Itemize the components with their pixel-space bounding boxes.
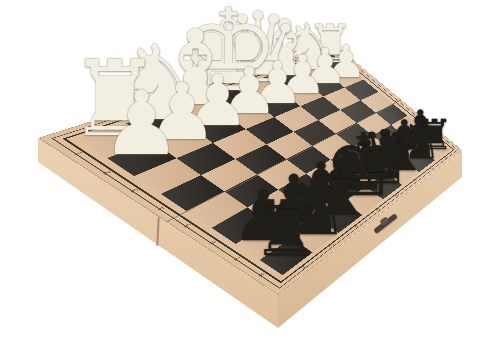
box-fold-gap (156, 216, 159, 245)
playing-grid (79, 54, 449, 275)
clasp-knob (379, 216, 389, 226)
chess-board: HGFEDCBA12345678 (38, 45, 462, 295)
chess-set-photo: HGFEDCBA12345678 ♜♞♝♛♚♝♞♜♟♟♟♟♟♟♟♟♟♟♟♟♟♟♟… (0, 0, 500, 355)
